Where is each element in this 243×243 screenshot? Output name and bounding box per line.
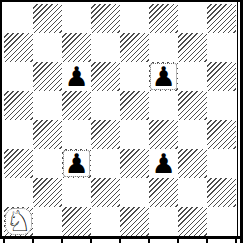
square-d7 (91, 33, 120, 62)
square-a7 (4, 33, 33, 62)
square-f1 (149, 207, 178, 236)
square-d2 (91, 178, 120, 207)
square-b6 (33, 62, 62, 91)
square-f8 (149, 4, 178, 33)
square-d8 (91, 4, 120, 33)
square-a5 (4, 91, 33, 120)
square-h8 (207, 4, 236, 33)
square-f2 (149, 178, 178, 207)
square-e6 (120, 62, 149, 91)
board-frame-right-inner (237, 2, 238, 236)
square-g3 (178, 149, 207, 178)
square-c2 (62, 178, 91, 207)
square-e8 (120, 4, 149, 33)
black-pawn-c6: ♟ (62, 62, 91, 91)
square-g6 (178, 62, 207, 91)
square-h3 (207, 149, 236, 178)
square-g4 (178, 120, 207, 149)
black-pawn-c3: ♟ (62, 149, 91, 178)
square-b2 (33, 178, 62, 207)
white-knight-a1: ♘ (4, 207, 33, 236)
board-frame-right-outer (240, 0, 243, 243)
square-g1 (178, 207, 207, 236)
square-h4 (207, 120, 236, 149)
square-h6 (207, 62, 236, 91)
square-g2 (178, 178, 207, 207)
square-f5 (149, 91, 178, 120)
chess-board: ♟♟♟♟♘ (4, 4, 236, 236)
square-b1 (33, 207, 62, 236)
square-f4 (149, 120, 178, 149)
square-e4 (120, 120, 149, 149)
black-pawn-f6: ♟ (149, 62, 178, 91)
square-e5 (120, 91, 149, 120)
square-a1: ♘ (4, 207, 33, 236)
square-d3 (91, 149, 120, 178)
square-g5 (178, 91, 207, 120)
square-c3: ♟ (62, 149, 91, 178)
square-f6: ♟ (149, 62, 178, 91)
board-frame-top (0, 0, 243, 2)
square-b3 (33, 149, 62, 178)
square-c6: ♟ (62, 62, 91, 91)
square-f7 (149, 33, 178, 62)
square-h5 (207, 91, 236, 120)
square-h1 (207, 207, 236, 236)
square-d6 (91, 62, 120, 91)
square-h7 (207, 33, 236, 62)
square-d5 (91, 91, 120, 120)
square-c1 (62, 207, 91, 236)
square-g7 (178, 33, 207, 62)
square-a3 (4, 149, 33, 178)
square-b4 (33, 120, 62, 149)
board-frame-ticks (3, 239, 238, 243)
square-b5 (33, 91, 62, 120)
square-c7 (62, 33, 91, 62)
chess-diagram: ♟♟♟♟♘ (0, 0, 243, 243)
square-h2 (207, 178, 236, 207)
board-frame-left (0, 0, 2, 239)
square-c4 (62, 120, 91, 149)
square-a8 (4, 4, 33, 33)
square-a4 (4, 120, 33, 149)
square-g8 (178, 4, 207, 33)
square-a2 (4, 178, 33, 207)
square-e7 (120, 33, 149, 62)
black-pawn-f3: ♟ (149, 149, 178, 178)
square-c5 (62, 91, 91, 120)
square-a6 (4, 62, 33, 91)
square-e1 (120, 207, 149, 236)
square-b7 (33, 33, 62, 62)
square-e2 (120, 178, 149, 207)
square-c8 (62, 4, 91, 33)
square-d4 (91, 120, 120, 149)
square-b8 (33, 4, 62, 33)
square-d1 (91, 207, 120, 236)
square-f3: ♟ (149, 149, 178, 178)
square-e3 (120, 149, 149, 178)
